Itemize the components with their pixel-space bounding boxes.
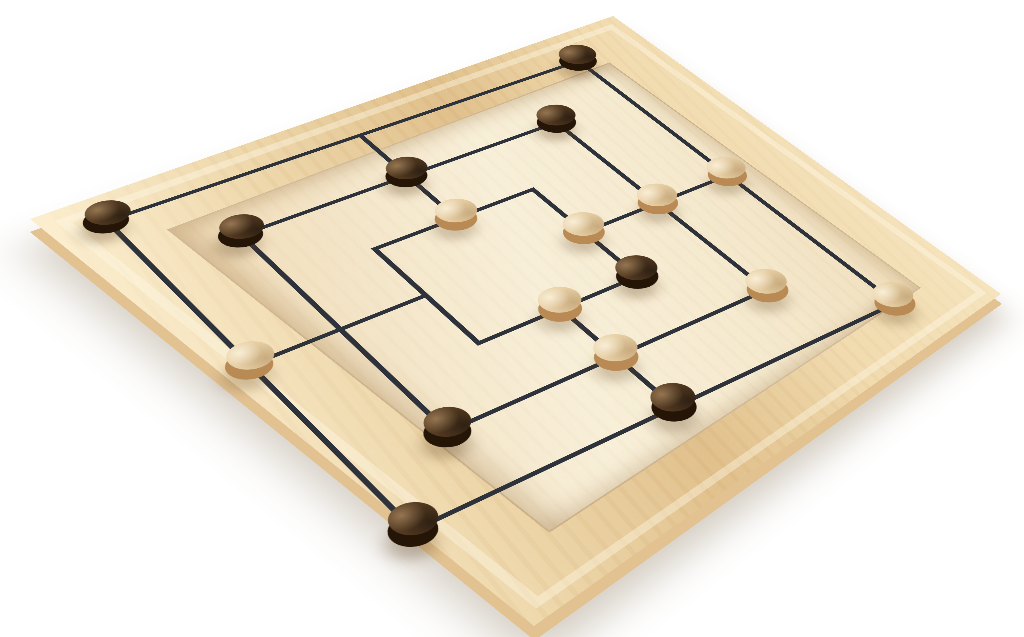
- black-piece-a1[interactable]: [378, 495, 448, 542]
- white-piece-a4[interactable]: [218, 336, 283, 376]
- white-piece-d5[interactable]: [427, 194, 486, 227]
- black-piece-d6[interactable]: [378, 153, 436, 184]
- white-piece-e4[interactable]: [555, 207, 613, 240]
- black-piece-a7[interactable]: [77, 196, 139, 230]
- white-piece-g4[interactable]: [699, 152, 754, 182]
- black-piece-b2[interactable]: [415, 401, 481, 443]
- white-piece-f4[interactable]: [628, 179, 684, 211]
- black-piece-e3[interactable]: [607, 251, 666, 286]
- white-piece-d2[interactable]: [584, 329, 646, 367]
- black-piece-b6[interactable]: [212, 210, 273, 244]
- white-piece-g1[interactable]: [864, 277, 922, 312]
- white-piece-f2[interactable]: [736, 264, 794, 299]
- scene: [0, 0, 1024, 637]
- black-piece-f6[interactable]: [529, 101, 583, 130]
- playing-field: [106, 61, 895, 530]
- black-piece-d1[interactable]: [641, 377, 704, 417]
- black-piece-g7[interactable]: [551, 41, 603, 68]
- white-piece-d3[interactable]: [529, 282, 590, 318]
- board-grid: [38, 32, 959, 583]
